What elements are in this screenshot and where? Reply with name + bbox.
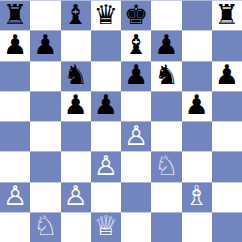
square-d4[interactable]: [91, 121, 121, 151]
square-a5[interactable]: [0, 91, 30, 121]
square-f2[interactable]: ♙: [151, 182, 181, 212]
square-b5[interactable]: [30, 91, 60, 121]
black-queen-piece[interactable]: ♛: [94, 1, 118, 28]
square-a6[interactable]: [0, 61, 30, 91]
square-e4[interactable]: ♙: [121, 121, 151, 151]
square-e1[interactable]: ♖: [121, 212, 151, 242]
square-c8[interactable]: ♝: [61, 0, 91, 30]
square-d8[interactable]: ♛: [91, 0, 121, 30]
square-f6[interactable]: ♞: [151, 61, 181, 91]
square-e2[interactable]: [121, 182, 151, 212]
square-a8[interactable]: ♜: [0, 0, 30, 30]
black-king-piece[interactable]: ♚: [124, 1, 148, 28]
square-b3[interactable]: [30, 151, 60, 181]
black-pawn-piece[interactable]: ♟: [64, 91, 88, 118]
square-h8[interactable]: ♜: [212, 0, 242, 30]
square-g2[interactable]: ♗: [182, 182, 212, 212]
black-bishop-piece[interactable]: ♝: [64, 1, 88, 28]
square-c5[interactable]: ♟: [61, 91, 91, 121]
square-a1[interactable]: ♖: [0, 212, 30, 242]
square-g3[interactable]: ♙: [182, 151, 212, 181]
square-g4[interactable]: [182, 121, 212, 151]
square-h3[interactable]: [212, 151, 242, 181]
square-h6[interactable]: ♟: [212, 61, 242, 91]
square-f1[interactable]: [151, 212, 181, 242]
square-h1[interactable]: [212, 212, 242, 242]
white-knight-piece[interactable]: ♘: [154, 152, 178, 179]
black-pawn-piece[interactable]: ♟: [154, 31, 178, 58]
square-e3[interactable]: [121, 151, 151, 181]
black-bishop-piece[interactable]: ♝: [124, 31, 148, 58]
square-e5[interactable]: [121, 91, 151, 121]
white-pawn-piece[interactable]: ♙: [215, 182, 239, 209]
square-c7[interactable]: [61, 30, 91, 60]
square-c4[interactable]: [61, 121, 91, 151]
square-g5[interactable]: ♟: [182, 91, 212, 121]
white-pawn-piece[interactable]: ♙: [3, 182, 27, 209]
square-g6[interactable]: [182, 61, 212, 91]
black-knight-piece[interactable]: ♞: [64, 61, 88, 88]
square-f3[interactable]: ♘: [151, 151, 181, 181]
black-pawn-piece[interactable]: ♟: [215, 61, 239, 88]
black-knight-piece[interactable]: ♞: [154, 61, 178, 88]
square-h4[interactable]: [212, 121, 242, 151]
square-b8[interactable]: [30, 0, 60, 30]
square-a7[interactable]: ♟: [0, 30, 30, 60]
black-rook-piece[interactable]: ♜: [215, 1, 239, 28]
square-e8[interactable]: ♚: [121, 0, 151, 30]
square-f5[interactable]: [151, 91, 181, 121]
square-f8[interactable]: [151, 0, 181, 30]
square-a4[interactable]: [0, 121, 30, 151]
square-b4[interactable]: [30, 121, 60, 151]
white-pawn-piece[interactable]: ♙: [185, 152, 209, 179]
square-e7[interactable]: ♝: [121, 30, 151, 60]
square-c1[interactable]: [61, 212, 91, 242]
square-d6[interactable]: [91, 61, 121, 91]
black-pawn-piece[interactable]: ♟: [94, 91, 118, 118]
white-bishop-piece[interactable]: ♗: [185, 182, 209, 209]
square-b7[interactable]: ♟: [30, 30, 60, 60]
square-d1[interactable]: ♕: [91, 212, 121, 242]
square-d2[interactable]: [91, 182, 121, 212]
white-rook-piece[interactable]: ♖: [124, 212, 148, 239]
black-pawn-piece[interactable]: ♟: [33, 31, 57, 58]
square-a2[interactable]: ♙: [0, 182, 30, 212]
white-pawn-piece[interactable]: ♙: [33, 182, 57, 209]
white-pawn-piece[interactable]: ♙: [154, 182, 178, 209]
square-g7[interactable]: [182, 30, 212, 60]
square-b6[interactable]: [30, 61, 60, 91]
white-knight-piece[interactable]: ♘: [33, 212, 57, 239]
black-pawn-piece[interactable]: ♟: [3, 31, 27, 58]
black-rook-piece[interactable]: ♜: [3, 1, 27, 28]
square-g8[interactable]: [182, 0, 212, 30]
white-king-piece[interactable]: ♔: [185, 212, 209, 239]
square-b2[interactable]: ♙: [30, 182, 60, 212]
white-pawn-piece[interactable]: ♙: [64, 182, 88, 209]
black-pawn-piece[interactable]: ♟: [185, 91, 209, 118]
white-queen-piece[interactable]: ♕: [94, 212, 118, 239]
white-pawn-piece[interactable]: ♙: [124, 122, 148, 149]
square-c2[interactable]: ♙: [61, 182, 91, 212]
square-h7[interactable]: [212, 30, 242, 60]
white-rook-piece[interactable]: ♖: [3, 212, 27, 239]
square-h2[interactable]: ♙: [212, 182, 242, 212]
square-a3[interactable]: [0, 151, 30, 181]
square-b1[interactable]: ♘: [30, 212, 60, 242]
square-d5[interactable]: ♟: [91, 91, 121, 121]
square-g1[interactable]: ♔: [182, 212, 212, 242]
square-d3[interactable]: ♙: [91, 151, 121, 181]
black-pawn-piece[interactable]: ♟: [124, 61, 148, 88]
square-c3[interactable]: [61, 151, 91, 181]
square-e6[interactable]: ♟: [121, 61, 151, 91]
white-bishop-piece[interactable]: ♗: [154, 122, 178, 149]
square-c6[interactable]: ♞: [61, 61, 91, 91]
square-f4[interactable]: ♗: [151, 121, 181, 151]
square-f7[interactable]: ♟: [151, 30, 181, 60]
chess-board: ♜♝♛♚♜♟♟♝♟♞♟♞♟♟♟♟♙♗♙♘♙♙♙♙♙♗♙♖♘♕♖♔: [0, 0, 242, 242]
white-pawn-piece[interactable]: ♙: [94, 152, 118, 179]
square-d7[interactable]: [91, 30, 121, 60]
square-h5[interactable]: [212, 91, 242, 121]
